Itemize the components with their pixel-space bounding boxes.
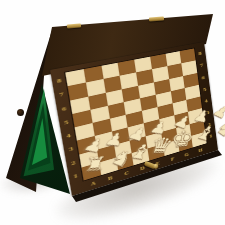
piece-cell xyxy=(219,61,225,74)
chess-set-photo: 87654321 87654321 ABCDEFGH ♟♟♟♟♟♟♟♟♜♞♝♛♚… xyxy=(0,0,225,225)
piece-cell xyxy=(217,41,225,54)
piece-cell: ♟ xyxy=(224,99,225,117)
piece-cell xyxy=(218,51,225,64)
piece-cell xyxy=(221,70,225,83)
wooden-latch-knob xyxy=(17,109,24,116)
piece-cell xyxy=(222,80,225,94)
piece-cell xyxy=(223,89,225,103)
